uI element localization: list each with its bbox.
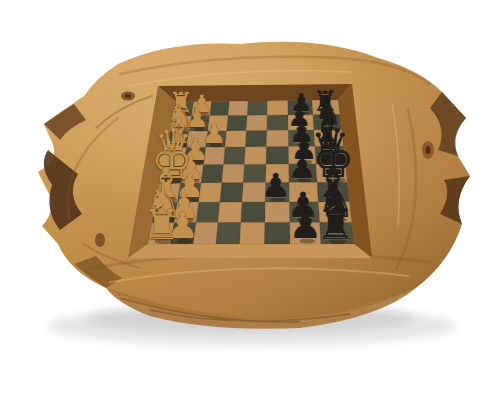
piece-black-rook-h8[interactable]: ♜	[317, 204, 354, 246]
square-e3[interactable]	[201, 165, 223, 183]
square-b5[interactable]	[246, 115, 267, 131]
square-d4[interactable]	[224, 147, 246, 165]
wood-slab	[0, 0, 500, 400]
square-b4[interactable]	[227, 115, 248, 130]
square-c5[interactable]	[245, 131, 267, 148]
square-b6[interactable]	[267, 115, 288, 131]
square-a5[interactable]	[247, 101, 267, 116]
piece-black-pawn-h7[interactable]: ♟	[289, 208, 321, 244]
piece-black-pawn-e7[interactable]: ♟	[288, 152, 316, 183]
chess-set-photo: ♜♞♝♛♚♝♞♜♟♟♟♟♟♟♟♟♟♟♟♟♟♟♟♟♜♞♝♛♚♝♞♜	[0, 0, 500, 400]
square-f4[interactable]	[220, 183, 243, 203]
square-g5[interactable]	[241, 202, 265, 223]
square-h4[interactable]	[216, 223, 241, 244]
square-g3[interactable]	[196, 202, 220, 222]
square-a3[interactable]	[210, 101, 230, 116]
piece-white-rook-h1[interactable]: ♜	[143, 204, 180, 246]
square-g6[interactable]	[265, 202, 290, 223]
square-d6[interactable]	[266, 147, 289, 165]
square-a6[interactable]	[267, 101, 288, 116]
square-h6[interactable]	[264, 223, 290, 245]
square-e4[interactable]	[222, 164, 245, 182]
piece-black-pawn-f6[interactable]: ♟	[261, 170, 290, 203]
square-h5[interactable]	[240, 223, 265, 245]
square-d5[interactable]	[244, 147, 266, 165]
square-c4[interactable]	[225, 131, 246, 147]
square-g4[interactable]	[218, 202, 242, 223]
square-c6[interactable]	[267, 130, 289, 147]
square-a4[interactable]	[228, 101, 248, 116]
